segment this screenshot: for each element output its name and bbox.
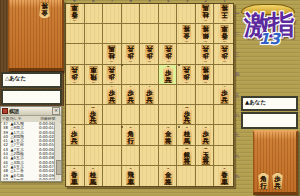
kifu-move-list[interactable]: 37▲6九飛0:00:0638△9四歩0:00:0139▲1六歩0:00:044…	[2, 122, 55, 180]
board-square-8-5[interactable]	[85, 85, 104, 105]
board-square-7-1[interactable]	[103, 4, 122, 24]
board-square-7-9[interactable]	[103, 166, 122, 186]
rank-coord-8: 八	[235, 154, 241, 159]
gote-comment-box	[1, 89, 62, 105]
board-square-5-4[interactable]	[140, 65, 159, 85]
board-square-5-6[interactable]	[140, 105, 159, 125]
board-square-9-3[interactable]	[66, 44, 85, 64]
board-square-8-2[interactable]	[85, 24, 104, 44]
gote-player-label: △あなた	[5, 75, 26, 81]
kifu-scrollbar-thumb[interactable]	[56, 160, 62, 175]
board-square-4-2[interactable]	[159, 24, 178, 44]
close-icon[interactable]: ×	[52, 107, 60, 115]
board-square-2-5[interactable]	[196, 85, 215, 105]
rank-coord-5: 五	[235, 93, 241, 98]
board-square-3-9[interactable]	[177, 166, 196, 186]
hoshi-dot	[178, 126, 180, 128]
board-square-2-9[interactable]	[196, 166, 215, 186]
board-square-9-2[interactable]	[66, 24, 85, 44]
sente-comment-box	[241, 112, 298, 129]
board-square-5-1[interactable]	[140, 4, 159, 24]
board-square-6-8[interactable]	[122, 146, 141, 166]
board-square-3-1[interactable]	[177, 4, 196, 24]
kifu-window: 棋譜 × 手数 指し手 消費時間 37▲6九飛0:00:0638△9四歩0:00…	[0, 106, 62, 182]
board-square-9-6[interactable]	[66, 105, 85, 125]
rank-coord-2: 二	[235, 31, 241, 36]
board-square-7-8[interactable]	[103, 146, 122, 166]
kifu-window-title: 棋譜	[9, 109, 52, 114]
rank-coord-9: 九	[235, 174, 241, 179]
file-coord-4: 4	[163, 0, 173, 3]
board-square-8-7[interactable]	[85, 125, 104, 145]
board-square-4-1[interactable]	[159, 4, 178, 24]
sente-player-box: ▲あなた	[241, 96, 298, 111]
board-square-7-7[interactable]	[103, 125, 122, 145]
board-square-8-8[interactable]	[85, 146, 104, 166]
kifu-scrollbar[interactable]	[54, 122, 60, 180]
board-square-6-6[interactable]	[122, 105, 141, 125]
file-coord-7: 7	[107, 0, 117, 3]
board-square-8-3[interactable]	[85, 44, 104, 64]
gote-komadai	[8, 0, 64, 71]
logo-version: 13	[259, 32, 280, 47]
board-square-7-6[interactable]	[103, 105, 122, 125]
rank-coord-6: 六	[235, 113, 241, 118]
gote-player-box: △あなた	[1, 72, 62, 88]
board-square-4-8[interactable]	[159, 146, 178, 166]
file-coord-6: 6	[126, 0, 136, 3]
rank-coord-4: 四	[235, 72, 241, 77]
kifu-window-icon	[2, 108, 8, 114]
rank-coord-3: 三	[235, 52, 241, 57]
board-square-7-2[interactable]	[103, 24, 122, 44]
board-square-2-6[interactable]	[196, 105, 215, 125]
kifu-titlebar[interactable]: 棋譜 ×	[1, 107, 61, 116]
file-coord-2: 2	[201, 0, 211, 3]
board-square-5-9[interactable]	[140, 166, 159, 186]
board-square-5-2[interactable]	[140, 24, 159, 44]
file-coord-5: 5	[145, 0, 155, 3]
app-logo: 激指 13	[237, 2, 299, 64]
board-square-8-1[interactable]	[85, 4, 104, 24]
board-square-3-3[interactable]	[177, 44, 196, 64]
sente-player-label: ▲あなた	[245, 99, 266, 105]
board-square-5-8[interactable]	[140, 146, 159, 166]
file-coord-8: 8	[88, 0, 98, 3]
board-square-5-7[interactable]	[140, 125, 159, 145]
rank-coord-1: 一	[235, 11, 241, 16]
file-coord-3: 3	[182, 0, 192, 3]
app-window: △あなた 棋譜 × 手数 指し手 消費時間 37▲6九飛0:00:0638△9四…	[0, 0, 300, 196]
board-square-1-6[interactable]	[214, 105, 233, 125]
board-square-9-8[interactable]	[66, 146, 85, 166]
board-square-1-7[interactable]	[214, 125, 233, 145]
kifu-move-row[interactable]: 50△1一玉0:00:02	[2, 178, 55, 180]
board-square-1-8[interactable]	[214, 146, 233, 166]
board-square-6-4[interactable]	[122, 65, 141, 85]
board-square-1-4[interactable]	[214, 65, 233, 85]
board-square-4-5[interactable]	[159, 85, 178, 105]
board-square-9-5[interactable]	[66, 85, 85, 105]
board-square-6-2[interactable]	[122, 24, 141, 44]
rank-coord-7: 七	[235, 133, 241, 138]
board-square-3-5[interactable]	[177, 85, 196, 105]
board-square-4-6[interactable]	[159, 105, 178, 125]
file-coord-9: 9	[69, 0, 79, 3]
file-coord-1: 1	[220, 0, 230, 3]
board-square-6-1[interactable]	[122, 4, 141, 24]
